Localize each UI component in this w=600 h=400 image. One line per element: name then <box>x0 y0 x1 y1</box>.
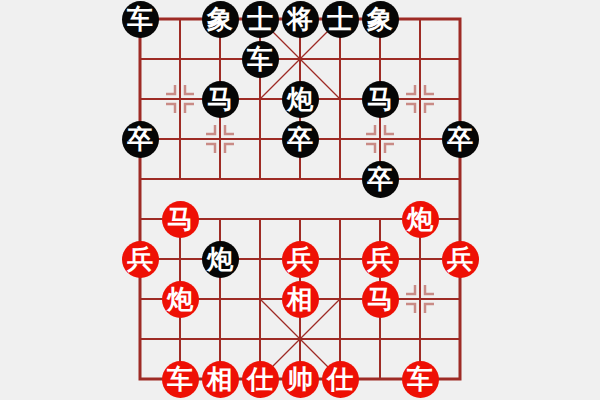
piece-black-soldier[interactable]: 卒 <box>362 161 399 198</box>
piece-black-soldier[interactable]: 卒 <box>122 121 159 158</box>
piece-black-soldier[interactable]: 卒 <box>282 121 319 158</box>
piece-red-soldier[interactable]: 兵 <box>122 241 159 278</box>
xiangqi-app: 车象士将士象车马炮马卒卒卒卒炮马炮兵兵兵兵炮相马车相仕帅仕车 <box>0 0 600 400</box>
piece-black-horse[interactable]: 马 <box>202 81 239 118</box>
piece-red-elephant[interactable]: 相 <box>282 281 319 318</box>
piece-black-elephant[interactable]: 象 <box>362 1 399 38</box>
piece-black-advisor[interactable]: 士 <box>242 1 279 38</box>
piece-red-horse[interactable]: 马 <box>362 281 399 318</box>
piece-red-advisor[interactable]: 仕 <box>242 361 279 398</box>
piece-red-cannon[interactable]: 炮 <box>162 281 199 318</box>
piece-red-general[interactable]: 帅 <box>282 361 319 398</box>
piece-black-general[interactable]: 将 <box>282 1 319 38</box>
piece-black-soldier[interactable]: 卒 <box>442 121 479 158</box>
piece-red-elephant[interactable]: 相 <box>202 361 239 398</box>
piece-red-advisor[interactable]: 仕 <box>322 361 359 398</box>
piece-black-elephant[interactable]: 象 <box>202 1 239 38</box>
piece-black-horse[interactable]: 马 <box>362 81 399 118</box>
piece-red-soldier[interactable]: 兵 <box>282 241 319 278</box>
xiangqi-board[interactable]: 车象士将士象车马炮马卒卒卒卒炮马炮兵兵兵兵炮相马车相仕帅仕车 <box>120 0 480 399</box>
piece-black-chariot[interactable]: 车 <box>242 41 279 78</box>
piece-red-horse[interactable]: 马 <box>162 201 199 238</box>
piece-black-chariot[interactable]: 车 <box>122 1 159 38</box>
piece-red-chariot[interactable]: 车 <box>162 361 199 398</box>
piece-red-soldier[interactable]: 兵 <box>442 241 479 278</box>
piece-red-soldier[interactable]: 兵 <box>362 241 399 278</box>
piece-black-cannon[interactable]: 炮 <box>282 81 319 118</box>
piece-black-cannon[interactable]: 炮 <box>202 241 239 278</box>
piece-red-cannon[interactable]: 炮 <box>402 201 439 238</box>
piece-red-chariot[interactable]: 车 <box>402 361 439 398</box>
piece-black-advisor[interactable]: 士 <box>322 1 359 38</box>
